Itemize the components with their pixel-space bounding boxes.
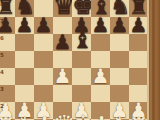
piece-white-knight[interactable]: ♞ bbox=[15, 114, 34, 120]
square-c4[interactable] bbox=[34, 68, 53, 85]
square-h1[interactable]: ♜ bbox=[129, 119, 148, 120]
square-a5[interactable] bbox=[0, 51, 15, 68]
square-f1[interactable]: ♝ bbox=[91, 119, 110, 120]
square-h7[interactable]: ♟ bbox=[129, 17, 148, 34]
square-e6[interactable]: ♝ bbox=[72, 34, 91, 51]
square-b4[interactable] bbox=[15, 68, 34, 85]
square-f4[interactable]: ♟ bbox=[91, 68, 110, 85]
square-a1[interactable]: ♜ bbox=[0, 119, 15, 120]
square-a7[interactable]: ♟ bbox=[0, 17, 15, 34]
square-c1[interactable]: ♝ bbox=[34, 119, 53, 120]
chess-board-screenshot: ♜♞♛♚♝♞♜♟♟♟♟♟♟♟♟♝♟♟♟♟♟♟♟♟♜♞♝♛♚♝♞♜ 8765432 bbox=[0, 0, 160, 120]
square-b1[interactable]: ♞ bbox=[15, 119, 34, 120]
piece-black-queen[interactable]: ♛ bbox=[53, 0, 72, 18]
square-h6[interactable] bbox=[129, 34, 148, 51]
square-g7[interactable]: ♟ bbox=[110, 17, 129, 34]
square-d3[interactable] bbox=[53, 85, 72, 102]
square-d1[interactable]: ♛ bbox=[53, 119, 72, 120]
piece-black-bishop[interactable]: ♝ bbox=[72, 29, 91, 52]
piece-black-pawn[interactable]: ♟ bbox=[53, 32, 72, 52]
square-f7[interactable]: ♟ bbox=[91, 17, 110, 34]
square-d8[interactable]: ♛ bbox=[53, 0, 72, 17]
piece-white-bishop[interactable]: ♝ bbox=[34, 114, 53, 120]
square-h4[interactable] bbox=[129, 68, 148, 85]
piece-black-pawn[interactable]: ♟ bbox=[15, 15, 34, 35]
piece-black-pawn[interactable]: ♟ bbox=[0, 15, 15, 35]
chess-board[interactable]: ♜♞♛♚♝♞♜♟♟♟♟♟♟♟♟♝♟♟♟♟♟♟♟♟♜♞♝♛♚♝♞♜ bbox=[0, 0, 148, 120]
piece-white-queen[interactable]: ♛ bbox=[53, 112, 72, 120]
square-c7[interactable]: ♟ bbox=[34, 17, 53, 34]
square-a4[interactable] bbox=[0, 68, 15, 85]
piece-black-pawn[interactable]: ♟ bbox=[34, 15, 53, 35]
square-b6[interactable] bbox=[15, 34, 34, 51]
square-e5[interactable] bbox=[72, 51, 91, 68]
piece-white-bishop[interactable]: ♝ bbox=[91, 114, 110, 120]
piece-black-pawn[interactable]: ♟ bbox=[91, 15, 110, 35]
square-g4[interactable] bbox=[110, 68, 129, 85]
piece-white-knight[interactable]: ♞ bbox=[110, 114, 129, 120]
square-a6[interactable] bbox=[0, 34, 15, 51]
square-c6[interactable] bbox=[34, 34, 53, 51]
square-b5[interactable] bbox=[15, 51, 34, 68]
piece-black-pawn[interactable]: ♟ bbox=[129, 15, 148, 35]
square-h5[interactable] bbox=[129, 51, 148, 68]
square-g5[interactable] bbox=[110, 51, 129, 68]
square-g6[interactable] bbox=[110, 34, 129, 51]
square-e1[interactable]: ♚ bbox=[72, 119, 91, 120]
piece-white-rook[interactable]: ♜ bbox=[129, 115, 148, 120]
square-b7[interactable]: ♟ bbox=[15, 17, 34, 34]
square-d6[interactable]: ♟ bbox=[53, 34, 72, 51]
piece-white-rook[interactable]: ♜ bbox=[0, 115, 15, 120]
piece-white-king[interactable]: ♚ bbox=[72, 112, 91, 120]
piece-white-pawn[interactable]: ♟ bbox=[53, 66, 72, 86]
square-f3[interactable] bbox=[91, 85, 110, 102]
square-c5[interactable] bbox=[34, 51, 53, 68]
square-g1[interactable]: ♞ bbox=[110, 119, 129, 120]
square-f6[interactable] bbox=[91, 34, 110, 51]
piece-white-pawn[interactable]: ♟ bbox=[91, 66, 110, 86]
square-e4[interactable] bbox=[72, 68, 91, 85]
piece-black-pawn[interactable]: ♟ bbox=[110, 15, 129, 35]
board-edge-highlight bbox=[147, 0, 149, 120]
square-d4[interactable]: ♟ bbox=[53, 68, 72, 85]
